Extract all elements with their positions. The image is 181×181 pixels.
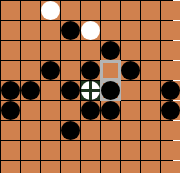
cell-r8c2[interactable] — [41, 161, 60, 173]
cell-r7c7[interactable] — [141, 141, 160, 160]
black-stone — [81, 101, 100, 120]
cell-r2c8[interactable] — [161, 41, 180, 60]
cell-r6c0[interactable] — [1, 121, 20, 140]
cell-r5c0[interactable] — [1, 101, 20, 120]
black-stone — [81, 61, 100, 80]
go-board — [0, 0, 173, 173]
cell-r1c2[interactable] — [41, 21, 60, 40]
cell-r4c3[interactable] — [61, 81, 80, 100]
cell-r8c3[interactable] — [61, 161, 80, 173]
cell-r5c2[interactable] — [41, 101, 60, 120]
black-stone — [1, 101, 20, 120]
cell-r4c2[interactable] — [41, 81, 60, 100]
cell-r7c6[interactable] — [121, 141, 140, 160]
cell-r2c5[interactable] — [101, 41, 120, 60]
cell-r7c5[interactable] — [101, 141, 120, 160]
white-stone — [41, 1, 60, 20]
cell-r0c8[interactable] — [161, 1, 180, 20]
cell-r8c6[interactable] — [121, 161, 140, 173]
cell-r4c6[interactable] — [121, 81, 140, 100]
cell-r0c6[interactable] — [121, 1, 140, 20]
cell-r7c1[interactable] — [21, 141, 40, 160]
cell-r4c8[interactable] — [161, 81, 180, 100]
cell-r8c7[interactable] — [141, 161, 160, 173]
cell-r6c7[interactable] — [141, 121, 160, 140]
cell-r1c3[interactable] — [61, 21, 80, 40]
cell-r3c7[interactable] — [141, 61, 160, 80]
cell-r4c1[interactable] — [21, 81, 40, 100]
cell-r2c0[interactable] — [1, 41, 20, 60]
cell-r3c2[interactable] — [41, 61, 60, 80]
cell-r1c7[interactable] — [141, 21, 160, 40]
cell-r1c0[interactable] — [1, 21, 20, 40]
black-stone — [41, 61, 60, 80]
cell-r3c3[interactable] — [61, 61, 80, 80]
cell-r1c6[interactable] — [121, 21, 140, 40]
cell-r0c1[interactable] — [21, 1, 40, 20]
cell-r6c3[interactable] — [61, 121, 80, 140]
cell-r3c6[interactable] — [121, 61, 140, 80]
cell-r5c5[interactable] — [101, 101, 120, 120]
black-stone — [61, 121, 80, 140]
cell-r0c7[interactable] — [141, 1, 160, 20]
cell-r6c8[interactable] — [161, 121, 180, 140]
cell-r2c3[interactable] — [61, 41, 80, 60]
black-stone — [101, 81, 120, 100]
cell-r6c1[interactable] — [21, 121, 40, 140]
cell-r4c0[interactable] — [1, 81, 20, 100]
cell-r2c7[interactable] — [141, 41, 160, 60]
cell-r5c3[interactable] — [61, 101, 80, 120]
cell-r5c4[interactable] — [81, 101, 100, 120]
cell-r1c5[interactable] — [101, 21, 120, 40]
cell-r6c5[interactable] — [101, 121, 120, 140]
cell-r7c3[interactable] — [61, 141, 80, 160]
cell-r0c2[interactable] — [41, 1, 60, 20]
cell-r1c1[interactable] — [21, 21, 40, 40]
cell-r2c1[interactable] — [21, 41, 40, 60]
cell-r3c0[interactable] — [1, 61, 20, 80]
cell-r0c4[interactable] — [81, 1, 100, 20]
cell-r7c2[interactable] — [41, 141, 60, 160]
black-stone — [161, 101, 180, 120]
black-stone — [61, 21, 80, 40]
cell-r0c3[interactable] — [61, 1, 80, 20]
cell-r5c1[interactable] — [21, 101, 40, 120]
black-stone — [161, 81, 180, 100]
white-stone — [81, 21, 100, 40]
cell-r1c4[interactable] — [81, 21, 100, 40]
cell-r8c5[interactable] — [101, 161, 120, 173]
black-stone — [101, 41, 120, 60]
black-stone — [21, 81, 40, 100]
black-stone — [101, 101, 120, 120]
cell-r7c4[interactable] — [81, 141, 100, 160]
cell-r4c5[interactable] — [101, 81, 120, 100]
cell-r2c6[interactable] — [121, 41, 140, 60]
cell-r6c6[interactable] — [121, 121, 140, 140]
cell-r8c8[interactable] — [161, 161, 180, 173]
cell-r8c0[interactable] — [1, 161, 20, 173]
cell-r4c7[interactable] — [141, 81, 160, 100]
cell-r0c0[interactable] — [1, 1, 20, 20]
cell-r3c5[interactable] — [101, 61, 120, 80]
cross-marker-horizontal — [81, 89, 100, 92]
cell-r5c6[interactable] — [121, 101, 140, 120]
cell-r4c4[interactable] — [81, 81, 100, 100]
cell-r3c4[interactable] — [81, 61, 100, 80]
cell-r2c4[interactable] — [81, 41, 100, 60]
cell-r7c8[interactable] — [161, 141, 180, 160]
cell-r5c7[interactable] — [141, 101, 160, 120]
cell-r7c0[interactable] — [1, 141, 20, 160]
cell-r3c8[interactable] — [161, 61, 180, 80]
cell-r5c8[interactable] — [161, 101, 180, 120]
black-stone — [1, 81, 20, 100]
cell-r8c4[interactable] — [81, 161, 100, 173]
cell-r3c1[interactable] — [21, 61, 40, 80]
cell-r1c8[interactable] — [161, 21, 180, 40]
cell-r0c5[interactable] — [101, 1, 120, 20]
cell-r8c1[interactable] — [21, 161, 40, 173]
black-stone — [61, 81, 80, 100]
cell-r6c4[interactable] — [81, 121, 100, 140]
black-stone — [121, 61, 140, 80]
cell-r6c2[interactable] — [41, 121, 60, 140]
cell-r2c2[interactable] — [41, 41, 60, 60]
